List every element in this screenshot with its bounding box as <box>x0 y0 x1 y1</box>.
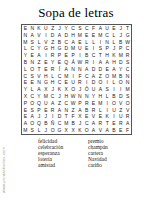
grid-cell[interactable]: A <box>49 100 56 107</box>
grid-cell[interactable]: C <box>124 66 131 73</box>
grid-cell[interactable]: J <box>56 93 63 100</box>
grid-cell[interactable]: Y <box>117 66 124 73</box>
word-list-right: premiochampáncarteraNavidadcariño <box>88 138 138 168</box>
grid-cell[interactable]: D <box>117 59 124 66</box>
grid-cell[interactable]: W <box>70 100 77 107</box>
grid-cell[interactable]: G <box>124 32 131 39</box>
grid-cell[interactable]: B <box>111 93 118 100</box>
grid-cell[interactable]: S <box>29 127 36 134</box>
grid-cell[interactable]: D <box>97 66 104 73</box>
grid-cell[interactable]: J <box>117 32 124 39</box>
grid-cell[interactable]: V <box>36 32 43 39</box>
grid-cell[interactable]: F <box>90 25 97 32</box>
grid-cell[interactable]: H <box>97 93 104 100</box>
grid-cell[interactable]: Z <box>56 100 63 107</box>
grid-cell[interactable]: L <box>36 127 43 134</box>
grid-cell[interactable]: M <box>42 93 49 100</box>
grid-cell[interactable]: M <box>97 32 104 39</box>
grid-cell[interactable]: B <box>22 59 29 66</box>
grid-cell[interactable]: J <box>42 127 49 134</box>
grid-cell[interactable]: E <box>90 32 97 39</box>
grid-cell[interactable]: O <box>111 100 118 107</box>
grid-cell[interactable]: N <box>22 32 29 39</box>
grid-cell[interactable]: C <box>49 93 56 100</box>
grid-cell[interactable]: P <box>22 100 29 107</box>
grid-cell[interactable]: C <box>63 100 70 107</box>
word-list: felicidadcelebraciónesperanzaloteríaamis… <box>38 138 138 168</box>
grid-cell[interactable]: E <box>42 59 49 66</box>
grid-cell[interactable]: I <box>104 100 111 107</box>
watermark: www.printactivities.com <box>1 147 6 193</box>
grid-cell[interactable]: C <box>70 25 77 32</box>
grid-cell[interactable]: J <box>117 25 124 32</box>
grid-cell[interactable]: L <box>111 32 118 39</box>
grid-cell[interactable]: N <box>83 93 90 100</box>
grid-cell[interactable]: C <box>83 25 90 32</box>
grid-cell[interactable]: E <box>22 25 29 32</box>
grid-cell[interactable]: N <box>29 59 36 66</box>
grid-cell[interactable]: R <box>83 59 90 66</box>
word-list-left: felicidadcelebraciónesperanzaloteríaamis… <box>38 138 88 168</box>
grid-cell[interactable]: H <box>70 32 77 39</box>
grid-cell[interactable]: Y <box>36 93 43 100</box>
grid-cell[interactable]: Z <box>49 25 56 32</box>
grid-cell[interactable]: S <box>77 25 84 32</box>
grid-cell[interactable]: W <box>77 59 84 66</box>
grid-cell[interactable]: O <box>29 100 36 107</box>
grid-cell[interactable]: W <box>70 93 77 100</box>
grid-cell[interactable]: V <box>97 127 104 134</box>
word-search-grid: ENKUZJYCSCFAUEJTNAVIDADHMEEMCLJGMSLVZBCA… <box>21 24 132 135</box>
grid-cell[interactable]: H <box>63 93 70 100</box>
grid-cell[interactable]: Y <box>63 25 70 32</box>
grid-cell[interactable]: U <box>42 100 49 107</box>
grid-cell[interactable]: E <box>42 66 49 73</box>
grid-cell[interactable]: E <box>104 66 111 73</box>
word-item: amistad <box>38 162 88 168</box>
puzzle-title: Sopa de letras <box>0 0 152 21</box>
grid-cell[interactable]: X <box>70 127 77 134</box>
grid-cell[interactable]: M <box>22 127 29 134</box>
grid-cell[interactable]: C <box>29 93 36 100</box>
grid-cell[interactable]: Z <box>36 59 43 66</box>
grid-cell[interactable]: P <box>77 100 84 107</box>
grid-cell[interactable]: O <box>49 127 56 134</box>
grid-cell[interactable]: B <box>111 127 118 134</box>
grid-cell[interactable]: N <box>70 66 77 73</box>
grid-cell[interactable]: X <box>22 93 29 100</box>
grid-cell[interactable]: G <box>56 127 63 134</box>
grid-cell[interactable]: E <box>83 32 90 39</box>
grid-cell[interactable]: A <box>104 127 111 134</box>
grid-cell[interactable]: A <box>104 59 111 66</box>
grid-cell[interactable]: Y <box>90 93 97 100</box>
grid-cell[interactable]: E <box>117 127 124 134</box>
grid-cell[interactable]: D <box>117 93 124 100</box>
grid-cell[interactable]: Y <box>49 59 56 66</box>
grid-cell[interactable]: S <box>124 93 131 100</box>
grid-cell[interactable]: R <box>83 100 90 107</box>
grid-cell[interactable]: A <box>90 127 97 134</box>
grid-cell[interactable]: U <box>104 25 111 32</box>
grid-cell[interactable]: C <box>104 32 111 39</box>
grid-cell[interactable]: N <box>77 66 84 73</box>
grid-cell[interactable]: Á <box>70 59 77 66</box>
page: Sopa de letras ENKUZJYCSCFAUEJTNAVIDADHM… <box>0 0 152 200</box>
grid-cell[interactable]: Í <box>56 66 63 73</box>
grid-cell[interactable]: D <box>90 66 97 73</box>
grid-cell[interactable]: R <box>49 66 56 73</box>
grid-cell[interactable]: O <box>83 127 90 134</box>
grid-cell[interactable]: S <box>124 59 131 66</box>
grid-cell[interactable]: A <box>97 25 104 32</box>
grid-cell[interactable]: H <box>111 59 118 66</box>
grid-cell[interactable]: L <box>22 66 29 73</box>
grid-cell[interactable]: N <box>77 93 84 100</box>
grid-cell[interactable]: I <box>90 59 97 66</box>
grid-cell[interactable]: O <box>29 66 36 73</box>
grid-cell[interactable]: F <box>124 127 131 134</box>
grid-cell[interactable]: A <box>29 32 36 39</box>
grid-cell[interactable]: M <box>77 32 84 39</box>
grid-cell[interactable]: A <box>56 32 63 39</box>
grid-cell[interactable]: A <box>97 59 104 66</box>
grid-cell[interactable]: U <box>42 25 49 32</box>
grid-cell[interactable]: A <box>63 66 70 73</box>
grid-cell[interactable]: A <box>111 66 118 73</box>
grid-cell[interactable]: E <box>111 25 118 32</box>
grid-cell[interactable]: M <box>97 100 104 107</box>
grid-cell[interactable]: J <box>56 25 63 32</box>
grid-cell[interactable]: T <box>124 25 131 32</box>
grid-cell[interactable]: N <box>29 25 36 32</box>
grid-cell[interactable]: D <box>49 32 56 39</box>
grid-cell[interactable]: O <box>124 100 131 107</box>
grid-cell[interactable]: K <box>77 127 84 134</box>
grid-cell[interactable]: A <box>83 66 90 73</box>
grid-cell[interactable]: L <box>104 93 111 100</box>
grid-cell[interactable]: Q <box>36 100 43 107</box>
grid-cell[interactable]: V <box>117 100 124 107</box>
grid-cell[interactable]: Q <box>63 59 70 66</box>
grid-cell[interactable]: D <box>63 32 70 39</box>
word-item: cariño <box>88 162 138 168</box>
grid-cell[interactable]: T <box>36 66 43 73</box>
grid-cell[interactable]: K <box>36 25 43 32</box>
grid-cell[interactable]: E <box>90 100 97 107</box>
grid-cell[interactable]: E <box>56 59 63 66</box>
grid-cell[interactable]: I <box>42 32 49 39</box>
grid-cell[interactable]: X <box>63 127 70 134</box>
